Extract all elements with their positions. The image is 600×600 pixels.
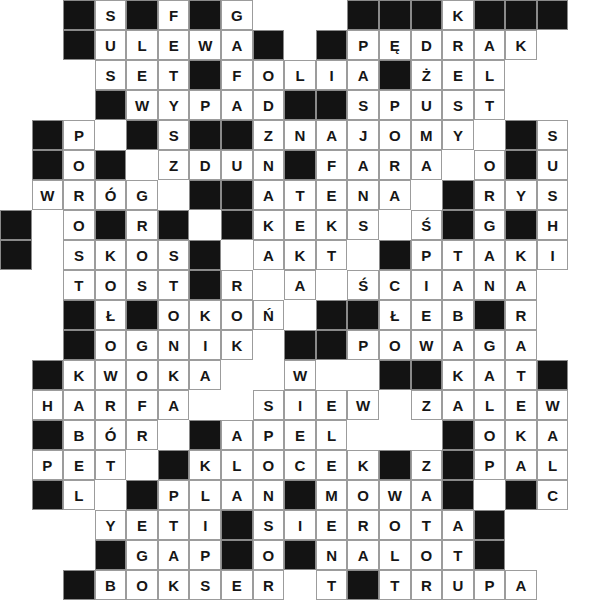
- letter-cell-r14-c17[interactable]: A: [537, 420, 569, 450]
- letter-cell-r2-c14[interactable]: E: [442, 60, 474, 90]
- background-r9-c18: [568, 270, 600, 300]
- blocked-cell-r5-c16: [505, 150, 537, 180]
- letter-cell-r6-c1[interactable]: W: [32, 180, 64, 210]
- letter-cell-r16-c5[interactable]: P: [158, 480, 190, 510]
- letter-cell-r13-c15[interactable]: L: [474, 390, 506, 420]
- letter-cell-r15-c13[interactable]: Z: [411, 450, 443, 480]
- background-r10-c1: [32, 300, 64, 330]
- letter-cell-r5-c10[interactable]: F: [316, 150, 348, 180]
- letter-cell-r8-c3[interactable]: K: [95, 240, 127, 270]
- letter-cell-r5-c17[interactable]: U: [537, 150, 569, 180]
- background-r8-c18: [568, 240, 600, 270]
- letter-cell-r2-c4[interactable]: E: [126, 60, 158, 90]
- letter-cell-r1-c16[interactable]: K: [505, 30, 537, 60]
- background-r3-c17: [537, 90, 569, 120]
- letter-cell-r9-c11[interactable]: Ś: [347, 270, 379, 300]
- background-r1-c9: [284, 30, 316, 60]
- blocked-cell-r14-c6: [189, 420, 221, 450]
- letter-cell-r1-c3[interactable]: U: [95, 30, 127, 60]
- letter-cell-r6-c9[interactable]: T: [284, 180, 316, 210]
- background-r12-c0: [0, 360, 32, 390]
- letter-cell-r14-c8[interactable]: P: [253, 420, 285, 450]
- blocked-cell-r15-c14: [442, 450, 474, 480]
- letter-cell-r3-c8[interactable]: D: [253, 90, 285, 120]
- letter-cell-r2-c10[interactable]: I: [316, 60, 348, 90]
- letter-cell-r10-c3[interactable]: Ł: [95, 300, 127, 330]
- letter-cell-r9-c13[interactable]: I: [411, 270, 443, 300]
- letter-cell-r6-c17[interactable]: S: [537, 180, 569, 210]
- letter-cell-r16-c7[interactable]: A: [221, 480, 253, 510]
- blocked-cell-r3-c9: [284, 90, 316, 120]
- letter-cell-r8-c2[interactable]: S: [63, 240, 95, 270]
- blocked-cell-r6-c14: [442, 180, 474, 210]
- blocked-cell-r12-c1: [32, 360, 64, 390]
- background-r4-c15: [474, 120, 506, 150]
- letter-cell-r7-c17[interactable]: H: [537, 210, 569, 240]
- letter-cell-r3-c11[interactable]: S: [347, 90, 379, 120]
- letter-cell-r4-c9[interactable]: N: [284, 120, 316, 150]
- letter-cell-r11-c16[interactable]: A: [505, 330, 537, 360]
- letter-cell-r1-c13[interactable]: D: [411, 30, 443, 60]
- letter-cell-r14-c2[interactable]: B: [63, 420, 95, 450]
- letter-cell-r8-c8[interactable]: A: [253, 240, 285, 270]
- background-r13-c0: [0, 390, 32, 420]
- letter-cell-r12-c4[interactable]: O: [126, 360, 158, 390]
- letter-cell-r9-c4[interactable]: S: [126, 270, 158, 300]
- background-r12-c10: [316, 360, 348, 390]
- blocked-cell-r11-c2: [63, 330, 95, 360]
- blocked-cell-r0-c12: [379, 0, 411, 30]
- letter-cell-r19-c10[interactable]: T: [316, 570, 348, 600]
- background-r4-c0: [0, 120, 32, 150]
- letter-cell-r1-c15[interactable]: A: [474, 30, 506, 60]
- letter-cell-r4-c17[interactable]: S: [537, 120, 569, 150]
- letter-cell-r9-c16[interactable]: A: [505, 270, 537, 300]
- background-r14-c0: [0, 420, 32, 450]
- letter-cell-r2-c8[interactable]: O: [253, 60, 285, 90]
- letter-cell-r13-c16[interactable]: E: [505, 390, 537, 420]
- background-r8-c11: [347, 240, 379, 270]
- letter-cell-r17-c14[interactable]: A: [442, 510, 474, 540]
- letter-cell-r15-c6[interactable]: K: [189, 450, 221, 480]
- blocked-cell-r10-c15: [474, 300, 506, 330]
- letter-cell-r3-c5[interactable]: Y: [158, 90, 190, 120]
- background-r13-c12: [379, 390, 411, 420]
- letter-cell-r15-c3[interactable]: T: [95, 450, 127, 480]
- blocked-cell-r10-c11: [347, 300, 379, 330]
- letter-cell-r12-c16[interactable]: T: [505, 360, 537, 390]
- letter-cell-r12-c3[interactable]: W: [95, 360, 127, 390]
- letter-cell-r6-c3[interactable]: Ó: [95, 180, 127, 210]
- background-r11-c17: [537, 330, 569, 360]
- letter-cell-r2-c11[interactable]: A: [347, 60, 379, 90]
- letter-cell-r1-c12[interactable]: Ę: [379, 30, 411, 60]
- letter-cell-r13-c3[interactable]: R: [95, 390, 127, 420]
- letter-cell-r17-c10[interactable]: E: [316, 510, 348, 540]
- letter-cell-r11-c3[interactable]: O: [95, 330, 127, 360]
- letter-cell-r6-c10[interactable]: E: [316, 180, 348, 210]
- letter-cell-r8-c17[interactable]: I: [537, 240, 569, 270]
- letter-cell-r19-c7[interactable]: E: [221, 570, 253, 600]
- letter-cell-r4-c13[interactable]: M: [411, 120, 443, 150]
- letter-cell-r18-c4[interactable]: G: [126, 540, 158, 570]
- blocked-cell-r18-c3: [95, 540, 127, 570]
- letter-cell-r3-c6[interactable]: P: [189, 90, 221, 120]
- blocked-cell-r16-c9: [284, 480, 316, 510]
- background-r14-c18: [568, 420, 600, 450]
- letter-cell-r17-c4[interactable]: E: [126, 510, 158, 540]
- letter-cell-r16-c6[interactable]: L: [189, 480, 221, 510]
- letter-cell-r4-c8[interactable]: Z: [253, 120, 285, 150]
- letter-cell-r18-c5[interactable]: A: [158, 540, 190, 570]
- letter-cell-r8-c5[interactable]: S: [158, 240, 190, 270]
- crossword-board: SFGKULEWAPĘDRAKSETFOLIAŻELWYPADSPUSTPSZN…: [0, 0, 600, 600]
- letter-cell-r11-c12[interactable]: O: [379, 330, 411, 360]
- letter-cell-r10-c13[interactable]: E: [411, 300, 443, 330]
- background-r2-c2: [63, 60, 95, 90]
- letter-cell-r6-c12[interactable]: A: [379, 180, 411, 210]
- blocked-cell-r0-c6: [189, 0, 221, 30]
- letter-cell-r16-c13[interactable]: A: [411, 480, 443, 510]
- letter-cell-r4-c2[interactable]: P: [63, 120, 95, 150]
- letter-cell-r7-c8[interactable]: K: [253, 210, 285, 240]
- letter-cell-r14-c10[interactable]: L: [316, 420, 348, 450]
- letter-cell-r13-c2[interactable]: A: [63, 390, 95, 420]
- letter-cell-r2-c9[interactable]: L: [284, 60, 316, 90]
- letter-cell-r18-c8[interactable]: O: [253, 540, 285, 570]
- letter-cell-r17-c8[interactable]: S: [253, 510, 285, 540]
- blocked-cell-r8-c0: [0, 240, 32, 270]
- blocked-cell-r18-c7: [221, 540, 253, 570]
- crossword-puzzle-screen: SFGKULEWAPĘDRAKSETFOLIAŻELWYPADSPUSTPSZN…: [0, 0, 600, 600]
- letter-cell-r7-c13[interactable]: Ś: [411, 210, 443, 240]
- background-r14-c13: [411, 420, 443, 450]
- background-r10-c18: [568, 300, 600, 330]
- letter-cell-r10-c12[interactable]: Ł: [379, 300, 411, 330]
- background-r18-c0: [0, 540, 32, 570]
- letter-cell-r14-c15[interactable]: O: [474, 420, 506, 450]
- letter-cell-r4-c11[interactable]: J: [347, 120, 379, 150]
- letter-cell-r13-c14[interactable]: A: [442, 390, 474, 420]
- letter-cell-r8-c16[interactable]: K: [505, 240, 537, 270]
- blocked-cell-r15-c12: [379, 450, 411, 480]
- background-r9-c1: [32, 270, 64, 300]
- background-r0-c9: [284, 0, 316, 30]
- letter-cell-r9-c7[interactable]: R: [221, 270, 253, 300]
- letter-cell-r19-c12[interactable]: T: [379, 570, 411, 600]
- letter-cell-r3-c4[interactable]: W: [126, 90, 158, 120]
- blocked-cell-r14-c14: [442, 420, 474, 450]
- letter-cell-r17-c6[interactable]: I: [189, 510, 221, 540]
- letter-cell-r16-c10[interactable]: M: [316, 480, 348, 510]
- blocked-cell-r18-c15: [474, 540, 506, 570]
- background-r8-c7: [221, 240, 253, 270]
- letter-cell-r3-c13[interactable]: U: [411, 90, 443, 120]
- blocked-cell-r15-c5: [158, 450, 190, 480]
- background-r17-c1: [32, 510, 64, 540]
- letter-cell-r6-c4[interactable]: G: [126, 180, 158, 210]
- letter-cell-r7-c11[interactable]: S: [347, 210, 379, 240]
- letter-cell-r4-c5[interactable]: S: [158, 120, 190, 150]
- letter-cell-r13-c9[interactable]: I: [284, 390, 316, 420]
- letter-cell-r9-c5[interactable]: T: [158, 270, 190, 300]
- letter-cell-r17-c3[interactable]: Y: [95, 510, 127, 540]
- letter-cell-r10-c7[interactable]: O: [221, 300, 253, 330]
- letter-cell-r16-c8[interactable]: N: [253, 480, 285, 510]
- letter-cell-r12-c6[interactable]: A: [189, 360, 221, 390]
- letter-cell-r15-c15[interactable]: P: [474, 450, 506, 480]
- letter-cell-r2-c15[interactable]: L: [474, 60, 506, 90]
- letter-cell-r5-c5[interactable]: Z: [158, 150, 190, 180]
- letter-cell-r7-c15[interactable]: G: [474, 210, 506, 240]
- background-r13-c7: [221, 390, 253, 420]
- letter-cell-r6-c8[interactable]: A: [253, 180, 285, 210]
- letter-cell-r6-c11[interactable]: N: [347, 180, 379, 210]
- blocked-cell-r11-c9: [284, 330, 316, 360]
- background-r3-c18: [568, 90, 600, 120]
- letter-cell-r11-c6[interactable]: I: [189, 330, 221, 360]
- background-r9-c8: [253, 270, 285, 300]
- letter-cell-r13-c4[interactable]: F: [126, 390, 158, 420]
- letter-cell-r13-c17[interactable]: W: [537, 390, 569, 420]
- letter-cell-r1-c14[interactable]: R: [442, 30, 474, 60]
- background-r12-c8: [253, 360, 285, 390]
- letter-cell-r17-c12[interactable]: O: [379, 510, 411, 540]
- letter-cell-r12-c5[interactable]: K: [158, 360, 190, 390]
- letter-cell-r7-c4[interactable]: R: [126, 210, 158, 240]
- background-r17-c17: [537, 510, 569, 540]
- letter-cell-r19-c14[interactable]: U: [442, 570, 474, 600]
- letter-cell-r9-c2[interactable]: T: [63, 270, 95, 300]
- background-r16-c0: [0, 480, 32, 510]
- letter-cell-r13-c13[interactable]: Z: [411, 390, 443, 420]
- letter-cell-r1-c5[interactable]: E: [158, 30, 190, 60]
- letter-cell-r5-c6[interactable]: D: [189, 150, 221, 180]
- letter-cell-r15-c10[interactable]: E: [316, 450, 348, 480]
- background-r16-c3: [95, 480, 127, 510]
- letter-cell-r10-c6[interactable]: K: [189, 300, 221, 330]
- letter-cell-r10-c5[interactable]: O: [158, 300, 190, 330]
- background-r5-c0: [0, 150, 32, 180]
- letter-cell-r14-c4[interactable]: R: [126, 420, 158, 450]
- letter-cell-r9-c3[interactable]: O: [95, 270, 127, 300]
- blocked-cell-r4-c6: [189, 120, 221, 150]
- background-r9-c17: [537, 270, 569, 300]
- letter-cell-r18-c13[interactable]: O: [411, 540, 443, 570]
- letter-cell-r16-c2[interactable]: L: [63, 480, 95, 510]
- letter-cell-r7-c9[interactable]: E: [284, 210, 316, 240]
- letter-cell-r14-c9[interactable]: E: [284, 420, 316, 450]
- letter-cell-r5-c15[interactable]: O: [474, 150, 506, 180]
- blocked-cell-r17-c15: [474, 510, 506, 540]
- background-r0-c8: [253, 0, 285, 30]
- letter-cell-r1-c11[interactable]: P: [347, 30, 379, 60]
- letter-cell-r0-c5[interactable]: F: [158, 0, 190, 30]
- letter-cell-r18-c11[interactable]: A: [347, 540, 379, 570]
- letter-cell-r19-c4[interactable]: O: [126, 570, 158, 600]
- letter-cell-r9-c15[interactable]: N: [474, 270, 506, 300]
- letter-cell-r3-c15[interactable]: T: [474, 90, 506, 120]
- letter-cell-r16-c12[interactable]: W: [379, 480, 411, 510]
- background-r4-c3: [95, 120, 127, 150]
- blocked-cell-r3-c3: [95, 90, 127, 120]
- letter-cell-r15-c16[interactable]: A: [505, 450, 537, 480]
- blocked-cell-r10-c10: [316, 300, 348, 330]
- letter-cell-r8-c14[interactable]: T: [442, 240, 474, 270]
- letter-cell-r12-c15[interactable]: A: [474, 360, 506, 390]
- background-r18-c16: [505, 540, 537, 570]
- letter-cell-r18-c14[interactable]: T: [442, 540, 474, 570]
- letter-cell-r10-c14[interactable]: B: [442, 300, 474, 330]
- letter-cell-r2-c3[interactable]: S: [95, 60, 127, 90]
- letter-cell-r9-c9[interactable]: A: [284, 270, 316, 300]
- letter-cell-r0-c7[interactable]: G: [221, 0, 253, 30]
- letter-cell-r15-c2[interactable]: E: [63, 450, 95, 480]
- background-r4-c18: [568, 120, 600, 150]
- letter-cell-r15-c7[interactable]: L: [221, 450, 253, 480]
- letter-cell-r3-c7[interactable]: A: [221, 90, 253, 120]
- letter-cell-r17-c11[interactable]: R: [347, 510, 379, 540]
- background-r5-c14: [442, 150, 474, 180]
- letter-cell-r3-c12[interactable]: P: [379, 90, 411, 120]
- letter-cell-r11-c15[interactable]: G: [474, 330, 506, 360]
- letter-cell-r5-c12[interactable]: R: [379, 150, 411, 180]
- letter-cell-r1-c7[interactable]: A: [221, 30, 253, 60]
- letter-cell-r4-c14[interactable]: Y: [442, 120, 474, 150]
- blocked-cell-r0-c15: [474, 0, 506, 30]
- blocked-cell-r0-c13: [411, 0, 443, 30]
- letter-cell-r11-c4[interactable]: G: [126, 330, 158, 360]
- blocked-cell-r2-c12: [379, 60, 411, 90]
- letter-cell-r19-c5[interactable]: K: [158, 570, 190, 600]
- letter-cell-r10-c8[interactable]: Ń: [253, 300, 285, 330]
- letter-cell-r8-c15[interactable]: A: [474, 240, 506, 270]
- blocked-cell-r16-c14: [442, 480, 474, 510]
- background-r0-c18: [568, 0, 600, 30]
- letter-cell-r14-c7[interactable]: A: [221, 420, 253, 450]
- letter-cell-r12-c14[interactable]: K: [442, 360, 474, 390]
- background-r6-c18: [568, 180, 600, 210]
- background-r0-c1: [32, 0, 64, 30]
- background-r12-c11: [347, 360, 379, 390]
- background-r9-c0: [0, 270, 32, 300]
- letter-cell-r15-c11[interactable]: K: [347, 450, 379, 480]
- letter-cell-r5-c7[interactable]: U: [221, 150, 253, 180]
- blocked-cell-r7-c5: [158, 210, 190, 240]
- letter-cell-r19-c6[interactable]: S: [189, 570, 221, 600]
- blocked-cell-r8-c12: [379, 240, 411, 270]
- letter-cell-r19-c15[interactable]: P: [474, 570, 506, 600]
- letter-cell-r1-c4[interactable]: L: [126, 30, 158, 60]
- letter-cell-r15-c8[interactable]: O: [253, 450, 285, 480]
- background-r13-c6: [189, 390, 221, 420]
- background-r1-c0: [0, 30, 32, 60]
- letter-cell-r13-c5[interactable]: A: [158, 390, 190, 420]
- letter-cell-r15-c1[interactable]: P: [32, 450, 64, 480]
- letter-cell-r12-c9[interactable]: W: [284, 360, 316, 390]
- letter-cell-r17-c5[interactable]: T: [158, 510, 190, 540]
- letter-cell-r15-c9[interactable]: C: [284, 450, 316, 480]
- letter-cell-r7-c10[interactable]: K: [316, 210, 348, 240]
- letter-cell-r9-c12[interactable]: C: [379, 270, 411, 300]
- background-r10-c0: [0, 300, 32, 330]
- letter-cell-r17-c13[interactable]: T: [411, 510, 443, 540]
- letter-cell-r11-c13[interactable]: W: [411, 330, 443, 360]
- letter-cell-r13-c8[interactable]: S: [253, 390, 285, 420]
- letter-cell-r19-c13[interactable]: R: [411, 570, 443, 600]
- letter-cell-r13-c11[interactable]: W: [347, 390, 379, 420]
- letter-cell-r6-c15[interactable]: R: [474, 180, 506, 210]
- letter-cell-r12-c2[interactable]: K: [63, 360, 95, 390]
- letter-cell-r1-c6[interactable]: W: [189, 30, 221, 60]
- letter-cell-r7-c2[interactable]: O: [63, 210, 95, 240]
- letter-cell-r0-c3[interactable]: S: [95, 0, 127, 30]
- blocked-cell-r5-c9: [284, 150, 316, 180]
- letter-cell-r19-c8[interactable]: R: [253, 570, 285, 600]
- letter-cell-r18-c12[interactable]: L: [379, 540, 411, 570]
- letter-cell-r2-c13[interactable]: Ż: [411, 60, 443, 90]
- letter-cell-r15-c17[interactable]: L: [537, 450, 569, 480]
- letter-cell-r8-c13[interactable]: P: [411, 240, 443, 270]
- background-r11-c1: [32, 330, 64, 360]
- letter-cell-r4-c10[interactable]: A: [316, 120, 348, 150]
- letter-cell-r11-c14[interactable]: A: [442, 330, 474, 360]
- letter-cell-r10-c16[interactable]: R: [505, 300, 537, 330]
- background-r11-c18: [568, 330, 600, 360]
- letter-cell-r5-c11[interactable]: A: [347, 150, 379, 180]
- blocked-cell-r8-c6: [189, 240, 221, 270]
- background-r19-c1: [32, 570, 64, 600]
- letter-cell-r4-c12[interactable]: O: [379, 120, 411, 150]
- background-r1-c1: [32, 30, 64, 60]
- letter-cell-r6-c16[interactable]: Y: [505, 180, 537, 210]
- letter-cell-r14-c16[interactable]: K: [505, 420, 537, 450]
- letter-cell-r16-c17[interactable]: C: [537, 480, 569, 510]
- letter-cell-r13-c10[interactable]: E: [316, 390, 348, 420]
- letter-cell-r13-c1[interactable]: H: [32, 390, 64, 420]
- background-r19-c18: [568, 570, 600, 600]
- background-r7-c18: [568, 210, 600, 240]
- letter-cell-r5-c2[interactable]: O: [63, 150, 95, 180]
- letter-cell-r14-c3[interactable]: Ó: [95, 420, 127, 450]
- letter-cell-r2-c7[interactable]: F: [221, 60, 253, 90]
- letter-cell-r16-c11[interactable]: O: [347, 480, 379, 510]
- letter-cell-r8-c10[interactable]: T: [316, 240, 348, 270]
- blocked-cell-r2-c6: [189, 60, 221, 90]
- letter-cell-r9-c14[interactable]: A: [442, 270, 474, 300]
- blocked-cell-r16-c16: [505, 480, 537, 510]
- letter-cell-r19-c16[interactable]: A: [505, 570, 537, 600]
- letter-cell-r5-c13[interactable]: A: [411, 150, 443, 180]
- blocked-cell-r16-c4: [126, 480, 158, 510]
- letter-cell-r11-c11[interactable]: P: [347, 330, 379, 360]
- letter-cell-r8-c4[interactable]: O: [126, 240, 158, 270]
- blocked-cell-r4-c1: [32, 120, 64, 150]
- letter-cell-r18-c10[interactable]: N: [316, 540, 348, 570]
- letter-cell-r19-c3[interactable]: B: [95, 570, 127, 600]
- letter-cell-r17-c9[interactable]: I: [284, 510, 316, 540]
- letter-cell-r0-c14[interactable]: K: [442, 0, 474, 30]
- letter-cell-r18-c6[interactable]: P: [189, 540, 221, 570]
- letter-cell-r5-c8[interactable]: N: [253, 150, 285, 180]
- letter-cell-r11-c5[interactable]: N: [158, 330, 190, 360]
- letter-cell-r3-c14[interactable]: S: [442, 90, 474, 120]
- letter-cell-r11-c7[interactable]: K: [221, 330, 253, 360]
- letter-cell-r6-c2[interactable]: R: [63, 180, 95, 210]
- letter-cell-r8-c9[interactable]: K: [284, 240, 316, 270]
- letter-cell-r2-c5[interactable]: T: [158, 60, 190, 90]
- blocked-cell-r4-c16: [505, 120, 537, 150]
